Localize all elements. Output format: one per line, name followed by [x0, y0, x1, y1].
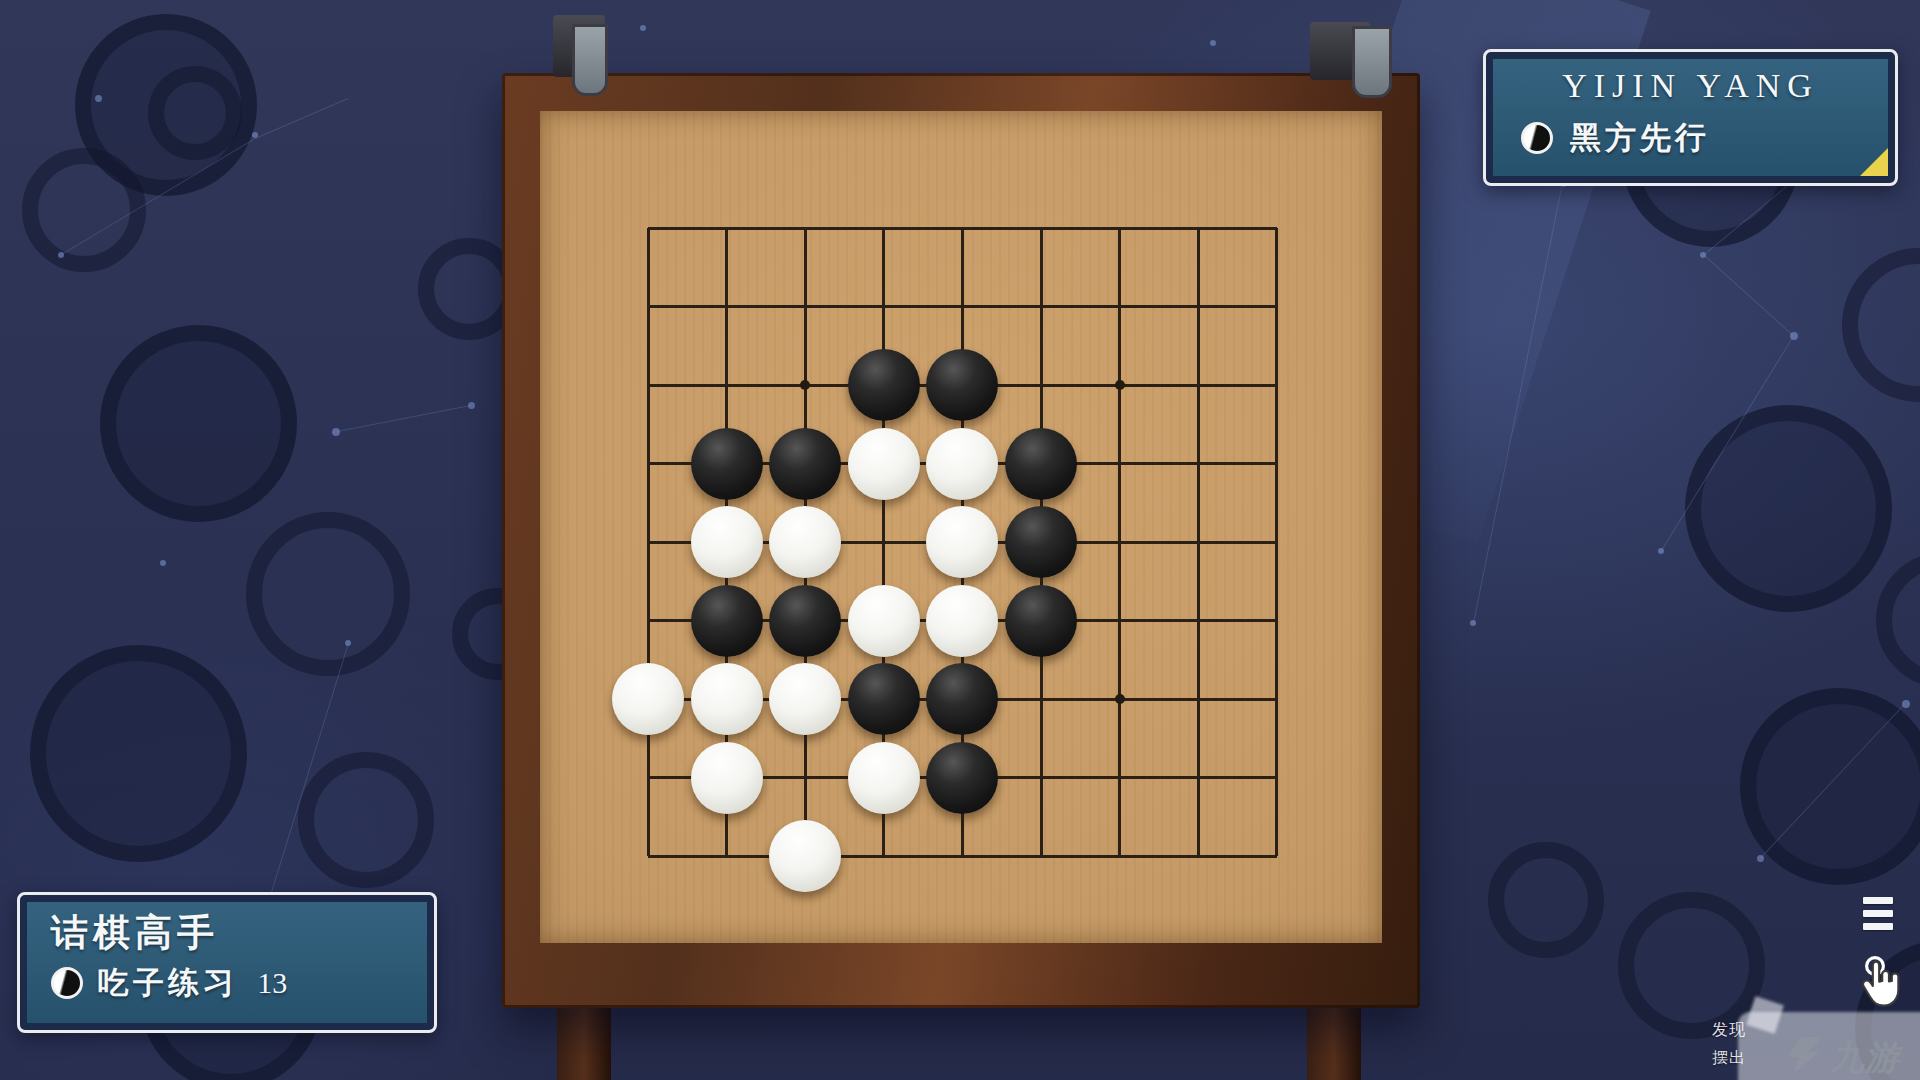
grid-line-vertical — [1275, 228, 1278, 856]
puzzle-title: 诘棋高手 — [51, 908, 219, 958]
white-stone[interactable] — [769, 506, 841, 578]
go-board[interactable] — [540, 111, 1382, 943]
black-stone[interactable] — [691, 585, 763, 657]
turn-indicator-label: 黑方先行 — [1570, 119, 1710, 155]
clamp-right-clip-icon — [1352, 26, 1392, 98]
white-stone[interactable] — [691, 663, 763, 735]
star-point — [1115, 380, 1125, 390]
black-stone[interactable] — [848, 349, 920, 421]
black-stone[interactable] — [1005, 428, 1077, 500]
white-stone[interactable] — [848, 742, 920, 814]
white-stone[interactable] — [848, 585, 920, 657]
bg-ring — [30, 645, 247, 862]
white-stone[interactable] — [926, 585, 998, 657]
bg-ring — [1488, 842, 1604, 958]
black-stone[interactable] — [691, 428, 763, 500]
black-stone[interactable] — [926, 742, 998, 814]
puzzle-subtitle: 吃子练习 — [98, 964, 238, 1000]
bg-ring — [1842, 248, 1920, 402]
black-stone[interactable] — [1005, 506, 1077, 578]
star-point — [1115, 694, 1125, 704]
bg-ring — [100, 325, 297, 522]
puzzle-number: 13 — [257, 966, 287, 999]
white-stone[interactable] — [612, 663, 684, 735]
black-stone[interactable] — [848, 663, 920, 735]
white-stone[interactable] — [691, 506, 763, 578]
menu-button[interactable] — [1863, 897, 1893, 930]
bg-node-dot — [1210, 40, 1216, 46]
white-stone[interactable] — [926, 506, 998, 578]
easel-leg-right — [1307, 1003, 1361, 1080]
bg-node-dot — [95, 95, 102, 102]
puzzle-subtitle-row: 吃子练习 13 — [51, 962, 287, 1004]
puzzle-card: 诘棋高手 吃子练习 13 — [17, 892, 437, 1033]
grid-line-horizontal — [648, 855, 1277, 858]
bg-node-dot — [160, 560, 166, 566]
player-stone-row: 黑方先行 — [1521, 117, 1710, 159]
black-stone[interactable] — [769, 585, 841, 657]
easel-leg-left — [557, 1003, 611, 1080]
bg-node-dot — [640, 25, 646, 31]
bg-ring — [22, 148, 146, 272]
bg-ring — [1740, 688, 1920, 885]
bg-ring — [246, 512, 410, 676]
bg-ring — [1876, 552, 1920, 688]
go-board-frame — [502, 73, 1420, 1008]
white-stone[interactable] — [769, 663, 841, 735]
player-name: YIJIN YANG — [1493, 67, 1888, 105]
clamp-left-clip-icon — [572, 24, 608, 96]
black-stone[interactable] — [1005, 585, 1077, 657]
bg-trace-line — [255, 98, 348, 139]
moon-stone-icon — [51, 967, 83, 999]
bg-ring — [1685, 405, 1892, 612]
grid-line-vertical — [1118, 228, 1121, 856]
player-card: YIJIN YANG 黑方先行 — [1483, 49, 1898, 186]
white-stone[interactable] — [926, 428, 998, 500]
white-stone[interactable] — [691, 742, 763, 814]
bg-ring — [298, 752, 434, 888]
hand-cursor-icon — [1856, 955, 1908, 1013]
white-stone[interactable] — [848, 428, 920, 500]
black-stone[interactable] — [769, 428, 841, 500]
moon-stone-icon — [1521, 122, 1553, 154]
card-fold-accent — [1860, 148, 1888, 176]
black-stone[interactable] — [926, 663, 998, 735]
black-stone[interactable] — [926, 349, 998, 421]
watermark-text: 九游 — [1830, 1035, 1900, 1080]
white-stone[interactable] — [769, 820, 841, 892]
star-point — [800, 380, 810, 390]
bg-trace-line — [332, 405, 470, 433]
bg-trace-line — [1703, 254, 1794, 336]
grid-line-vertical — [1197, 228, 1200, 856]
bg-ring — [148, 66, 242, 160]
